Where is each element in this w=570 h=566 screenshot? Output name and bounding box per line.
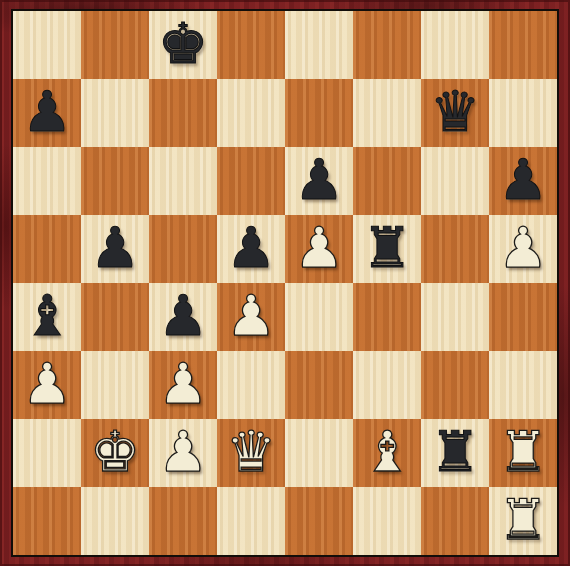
black-rook[interactable]: ♜ <box>421 419 489 487</box>
square-a4[interactable]: ♝ <box>13 283 81 351</box>
square-c5[interactable] <box>149 215 217 283</box>
board-frame: ♚♟♛♟♟♟♟♟♜♟♝♟♟♟♟♚♟♛♝♜♜♜ <box>0 0 570 566</box>
square-e7[interactable] <box>285 79 353 147</box>
square-d1[interactable] <box>217 487 285 555</box>
square-b7[interactable] <box>81 79 149 147</box>
white-king[interactable]: ♚ <box>81 419 149 487</box>
square-h5[interactable]: ♟ <box>489 215 557 283</box>
white-rook[interactable]: ♜ <box>489 487 557 555</box>
square-d7[interactable] <box>217 79 285 147</box>
square-a3[interactable]: ♟ <box>13 351 81 419</box>
white-pawn[interactable]: ♟ <box>149 351 217 419</box>
square-c3[interactable]: ♟ <box>149 351 217 419</box>
square-g3[interactable] <box>421 351 489 419</box>
square-e3[interactable] <box>285 351 353 419</box>
black-king[interactable]: ♚ <box>149 11 217 79</box>
square-b4[interactable] <box>81 283 149 351</box>
square-b1[interactable] <box>81 487 149 555</box>
white-pawn[interactable]: ♟ <box>217 283 285 351</box>
square-a5[interactable] <box>13 215 81 283</box>
square-d2[interactable]: ♛ <box>217 419 285 487</box>
square-f7[interactable] <box>353 79 421 147</box>
white-pawn[interactable]: ♟ <box>489 215 557 283</box>
square-b8[interactable] <box>81 11 149 79</box>
white-queen[interactable]: ♛ <box>217 419 285 487</box>
square-g6[interactable] <box>421 147 489 215</box>
square-e4[interactable] <box>285 283 353 351</box>
white-pawn[interactable]: ♟ <box>149 419 217 487</box>
square-f3[interactable] <box>353 351 421 419</box>
black-pawn[interactable]: ♟ <box>149 283 217 351</box>
square-a8[interactable] <box>13 11 81 79</box>
black-bishop[interactable]: ♝ <box>13 283 81 351</box>
square-d6[interactable] <box>217 147 285 215</box>
square-b3[interactable] <box>81 351 149 419</box>
black-queen[interactable]: ♛ <box>421 79 489 147</box>
square-f6[interactable] <box>353 147 421 215</box>
square-b2[interactable]: ♚ <box>81 419 149 487</box>
square-g4[interactable] <box>421 283 489 351</box>
square-c7[interactable] <box>149 79 217 147</box>
square-f5[interactable]: ♜ <box>353 215 421 283</box>
black-pawn[interactable]: ♟ <box>81 215 149 283</box>
square-d3[interactable] <box>217 351 285 419</box>
square-c2[interactable]: ♟ <box>149 419 217 487</box>
chess-board: ♚♟♛♟♟♟♟♟♜♟♝♟♟♟♟♚♟♛♝♜♜♜ <box>13 11 557 555</box>
square-d5[interactable]: ♟ <box>217 215 285 283</box>
square-a1[interactable] <box>13 487 81 555</box>
square-a7[interactable]: ♟ <box>13 79 81 147</box>
square-c8[interactable]: ♚ <box>149 11 217 79</box>
square-h6[interactable]: ♟ <box>489 147 557 215</box>
square-g7[interactable]: ♛ <box>421 79 489 147</box>
square-c6[interactable] <box>149 147 217 215</box>
square-h4[interactable] <box>489 283 557 351</box>
square-f2[interactable]: ♝ <box>353 419 421 487</box>
black-pawn[interactable]: ♟ <box>489 147 557 215</box>
square-g2[interactable]: ♜ <box>421 419 489 487</box>
square-e2[interactable] <box>285 419 353 487</box>
square-f1[interactable] <box>353 487 421 555</box>
square-e6[interactable]: ♟ <box>285 147 353 215</box>
square-f8[interactable] <box>353 11 421 79</box>
square-b6[interactable] <box>81 147 149 215</box>
black-rook[interactable]: ♜ <box>353 215 421 283</box>
square-c4[interactable]: ♟ <box>149 283 217 351</box>
white-pawn[interactable]: ♟ <box>13 351 81 419</box>
white-rook[interactable]: ♜ <box>489 419 557 487</box>
square-e8[interactable] <box>285 11 353 79</box>
square-b5[interactable]: ♟ <box>81 215 149 283</box>
square-a2[interactable] <box>13 419 81 487</box>
square-a6[interactable] <box>13 147 81 215</box>
black-pawn[interactable]: ♟ <box>13 79 81 147</box>
square-h3[interactable] <box>489 351 557 419</box>
square-h8[interactable] <box>489 11 557 79</box>
board-border-line: ♚♟♛♟♟♟♟♟♜♟♝♟♟♟♟♚♟♛♝♜♜♜ <box>11 9 559 557</box>
square-g1[interactable] <box>421 487 489 555</box>
square-d4[interactable]: ♟ <box>217 283 285 351</box>
square-h1[interactable]: ♜ <box>489 487 557 555</box>
square-g8[interactable] <box>421 11 489 79</box>
white-bishop[interactable]: ♝ <box>353 419 421 487</box>
square-g5[interactable] <box>421 215 489 283</box>
square-e1[interactable] <box>285 487 353 555</box>
black-pawn[interactable]: ♟ <box>217 215 285 283</box>
square-d8[interactable] <box>217 11 285 79</box>
square-h7[interactable] <box>489 79 557 147</box>
black-pawn[interactable]: ♟ <box>285 147 353 215</box>
square-c1[interactable] <box>149 487 217 555</box>
square-e5[interactable]: ♟ <box>285 215 353 283</box>
white-pawn[interactable]: ♟ <box>285 215 353 283</box>
square-f4[interactable] <box>353 283 421 351</box>
square-h2[interactable]: ♜ <box>489 419 557 487</box>
